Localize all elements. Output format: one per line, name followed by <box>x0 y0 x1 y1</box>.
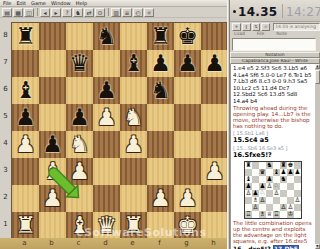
move-list[interactable]: 1.e4 e5 2.Sf3 Sc6 3.Lb5 a6 4.La4 Sf6 5.0… <box>233 65 313 104</box>
diagram-square <box>252 162 259 169</box>
board-square-e8[interactable] <box>120 23 147 50</box>
diagram-piece: ♜ <box>245 162 252 169</box>
pause-icon[interactable]: ‖ <box>242 23 251 31</box>
menu-item-file[interactable]: File <box>3 1 11 6</box>
board-square-e4[interactable]: ♟ <box>120 131 147 158</box>
diagram-square: ♙ <box>259 197 266 204</box>
diagram-piece: ♙ <box>294 197 301 204</box>
rank-label: 6 <box>0 76 11 103</box>
board-square-c6[interactable] <box>66 77 93 104</box>
clock-bullet-icon <box>233 10 236 13</box>
mainline-move[interactable]: 15.Sc4 a5 <box>233 136 313 144</box>
scroll-up-icon[interactable]: ▲ <box>315 64 320 69</box>
white-bishop[interactable]: ♝ <box>39 158 66 185</box>
diagram-piece: ♙ <box>245 190 252 197</box>
next-line-icon[interactable]: ⇅ <box>252 23 261 31</box>
board-square-g5[interactable] <box>174 104 201 131</box>
diagram-square: ♝ <box>273 169 280 176</box>
board-square-d3[interactable] <box>93 158 120 185</box>
menu-item-edit[interactable]: Edit <box>16 1 26 6</box>
white-knight[interactable]: ♞ <box>66 131 93 158</box>
diagram-square: ♟ <box>294 169 301 176</box>
diagram-square <box>287 176 294 183</box>
file-label: e <box>119 238 146 249</box>
engine-output-box <box>232 38 316 51</box>
engine-panel: 14.35 14:27 ✳‖⇅☼14.03 is analysing LoadF… <box>230 0 320 249</box>
board-square-d4[interactable] <box>93 131 120 158</box>
white-rook[interactable]: ♜ <box>120 212 147 239</box>
engine-icon[interactable]: ♞ <box>73 8 83 17</box>
white-king[interactable]: ♚ <box>174 212 201 239</box>
diagram-square: ♛ <box>259 169 266 176</box>
black-rook[interactable]: ♜ <box>12 23 39 50</box>
diagram-square <box>280 190 287 197</box>
diagram-piece: ♙ <box>280 204 287 211</box>
rank-label: 3 <box>0 157 11 184</box>
board-square-f2[interactable]: ♟ <box>147 185 174 212</box>
white-queen[interactable]: ♛ <box>93 212 120 239</box>
engine-toolbar: ✳‖⇅☼14.03 is analysing <box>230 22 320 31</box>
board-square-h6[interactable] <box>201 77 228 104</box>
white-pawn[interactable]: ♟ <box>66 158 93 185</box>
diagram-piece: ♗ <box>259 211 266 218</box>
diagram-piece: ♛ <box>259 169 266 176</box>
board-square-g6[interactable] <box>174 77 201 104</box>
diagram-piece: ♞ <box>280 176 287 183</box>
board-square-c3[interactable]: ♟ <box>66 158 93 185</box>
file-label: b <box>38 238 65 249</box>
diagram-square: ♙ <box>294 197 301 204</box>
diagram-piece: ♙ <box>252 204 259 211</box>
diagram-square: ♖ <box>245 211 252 218</box>
board-square-g7[interactable]: ♟ <box>174 50 201 77</box>
clock-divider <box>282 4 283 18</box>
board-square-c8[interactable] <box>66 23 93 50</box>
white-pawn[interactable]: ♟ <box>201 158 228 185</box>
board-square-e5[interactable]: ♞ <box>120 104 147 131</box>
board-square-a7[interactable] <box>12 50 39 77</box>
file-label: d <box>92 238 119 249</box>
rank-label: 1 <box>0 211 11 238</box>
diagram-piece: ♕ <box>266 211 273 218</box>
engine-labels: LoadFileNote <box>234 31 318 37</box>
diagram-square <box>266 190 273 197</box>
white-pawn[interactable]: ♟ <box>174 185 201 212</box>
diagram-square: ♖ <box>273 211 280 218</box>
rank-label: 8 <box>0 22 11 49</box>
diagram-square: ♗ <box>259 211 266 218</box>
white-rook[interactable]: ♜ <box>12 212 39 239</box>
board-square-b6[interactable] <box>39 77 66 104</box>
diagram-square <box>287 190 294 197</box>
diagram-square: ♞ <box>280 176 287 183</box>
main-toolbar: ▤▦◫◂▸?♞⇄⊙▥≡◴☼ <box>0 7 228 18</box>
diagram-piece: ♙ <box>266 183 273 190</box>
board-square-h5[interactable] <box>201 104 228 131</box>
menu-bar: FileEditGameWindowHelp <box>0 0 228 7</box>
scroll-down-icon[interactable]: ▼ <box>315 244 320 249</box>
diagram-piece: ♝ <box>273 169 280 176</box>
diagram-square <box>294 211 301 218</box>
diagram-square: ♜ <box>245 162 252 169</box>
diagram-piece: ♟ <box>294 169 301 176</box>
menu-item-help[interactable]: Help <box>76 1 87 6</box>
white-pawn[interactable]: ♟ <box>12 131 39 158</box>
board-square-c4[interactable]: ♞ <box>66 131 93 158</box>
save-icon[interactable]: ◫ <box>24 8 34 17</box>
board-square-b8[interactable] <box>39 23 66 50</box>
menu-item-game[interactable]: Game <box>31 1 46 6</box>
board-square-f3[interactable] <box>147 158 174 185</box>
diagram-square: ♙ <box>280 204 287 211</box>
board-square-b2[interactable]: ♟ <box>39 185 66 212</box>
clock-icon[interactable]: ◴ <box>133 8 143 17</box>
scrollbar-thumb[interactable] <box>315 70 320 84</box>
diagram-square <box>266 197 273 204</box>
board-square-g1[interactable]: ♚ <box>174 212 201 239</box>
board-square-f6[interactable]: ♞ <box>147 77 174 104</box>
board-square-b3[interactable]: ♝ <box>39 158 66 185</box>
board-square-e2[interactable] <box>120 185 147 212</box>
diagram-piece: ♞ <box>266 162 273 169</box>
diagram-square: ♞ <box>266 162 273 169</box>
board-square-f1[interactable] <box>147 212 174 239</box>
move-back-icon[interactable]: ◂ <box>40 8 50 17</box>
engine-label-note[interactable]: Note <box>276 31 287 37</box>
board-square-d7[interactable] <box>93 50 120 77</box>
diagram-piece: ♙ <box>259 197 266 204</box>
diagram-square: ♙ <box>273 190 280 197</box>
black-pawn[interactable]: ♟ <box>201 50 228 77</box>
notation-icon[interactable]: ≡ <box>122 8 132 17</box>
board-square-b1[interactable] <box>39 212 66 239</box>
black-clock: 14:27 <box>286 5 320 19</box>
board-square-f4[interactable] <box>147 131 174 158</box>
file-label: a <box>11 238 38 249</box>
diagram-square: ♟ <box>287 169 294 176</box>
white-clock: 14.35 <box>238 5 277 19</box>
black-knight[interactable]: ♞ <box>93 23 120 50</box>
rank-label: 5 <box>0 103 11 130</box>
diagram-piece: ♔ <box>287 211 294 218</box>
board-square-h7[interactable]: ♟ <box>201 50 228 77</box>
diagram-square <box>252 169 259 176</box>
board-square-a1[interactable]: ♜ <box>12 212 39 239</box>
board-square-c2[interactable] <box>66 185 93 212</box>
board-square-a4[interactable]: ♟ <box>12 131 39 158</box>
rank-label: 7 <box>0 49 11 76</box>
black-pawn[interactable]: ♟ <box>174 50 201 77</box>
board-square-d5[interactable]: ♟ <box>93 104 120 131</box>
board-square-h8[interactable] <box>201 23 228 50</box>
diagram-piece: ♖ <box>245 211 252 218</box>
notation-scrollbar[interactable]: ▲ ▼ <box>315 64 320 249</box>
board-square-a2[interactable] <box>12 185 39 212</box>
white-pawn[interactable]: ♟ <box>39 185 66 212</box>
white-knight[interactable]: ♞ <box>120 104 147 131</box>
board-square-e1[interactable]: ♜ <box>120 212 147 239</box>
white-bishop[interactable]: ♝ <box>66 212 93 239</box>
diagram-piece: ♙ <box>273 190 280 197</box>
board-square-g8[interactable]: ♚ <box>174 23 201 50</box>
notation-pane[interactable]: 1.e4 e5 2.Sf3 Sc6 3.Lb5 a6 4.La4 Sf6 5.0… <box>230 64 315 249</box>
diagram-square <box>294 183 301 190</box>
diagram-piece: ♟ <box>287 169 294 176</box>
diagram-square <box>294 176 301 183</box>
diagram-square: ♔ <box>287 211 294 218</box>
clock-bar: 14.35 14:27 <box>230 0 320 22</box>
settings-icon[interactable]: ☼ <box>144 8 154 17</box>
engine-lamp-icon[interactable]: ✳ <box>232 23 241 31</box>
new-board-icon[interactable]: ▤ <box>2 8 12 17</box>
board-square-d6[interactable]: ♟ <box>93 77 120 104</box>
board-square-f8[interactable]: ♜ <box>147 23 174 50</box>
rank-label: 4 <box>0 130 11 157</box>
toolbar-separator <box>108 8 109 16</box>
file-label: h <box>200 238 227 249</box>
board-square-d1[interactable]: ♛ <box>93 212 120 239</box>
diagram-square <box>245 197 252 204</box>
annotation-text: Throwing ahead during the opening play. … <box>233 105 313 129</box>
board-square-b7[interactable] <box>39 50 66 77</box>
file-labels: abcdefgh <box>0 238 228 249</box>
white-pawn[interactable]: ♟ <box>147 185 174 212</box>
flip-board-icon[interactable]: ⇄ <box>84 8 94 17</box>
board-square-b4[interactable]: ♟ <box>39 131 66 158</box>
board-square-b5[interactable] <box>39 104 66 131</box>
board-square-e6[interactable] <box>120 77 147 104</box>
diagram-square <box>287 183 294 190</box>
board-square-c7[interactable]: ♛ <box>66 50 93 77</box>
light-icon[interactable]: ☼ <box>261 23 270 31</box>
diagram-square: ♙ <box>252 204 259 211</box>
black-bishop[interactable]: ♝ <box>12 77 39 104</box>
engine-label-load[interactable]: Load <box>234 31 245 37</box>
board-square-a6[interactable]: ♝ <box>12 77 39 104</box>
board-square-h2[interactable] <box>201 185 228 212</box>
board-square-g2[interactable]: ♟ <box>174 185 201 212</box>
board-square-d8[interactable]: ♞ <box>93 23 120 50</box>
annotation-text: The little combination opens up the cent… <box>233 220 313 244</box>
diagram-square <box>280 183 287 190</box>
diagram-square: ♙ <box>245 190 252 197</box>
diagram-square <box>252 211 259 218</box>
black-bishop[interactable]: ♝ <box>120 50 147 77</box>
diagram-square <box>252 176 259 183</box>
diagram-piece: ♖ <box>273 211 280 218</box>
white-pawn[interactable]: ♟ <box>93 104 120 131</box>
engine-status-field: 14.03 is analysing <box>273 23 320 31</box>
chess-application-window: FileEditGameWindowHelp ▤▦◫◂▸?♞⇄⊙▥≡◴☼ 876… <box>0 0 320 249</box>
board-square-f7[interactable]: ♟ <box>147 50 174 77</box>
open-icon[interactable]: ▦ <box>13 8 23 17</box>
black-queen[interactable]: ♛ <box>66 50 93 77</box>
board-square-a8[interactable]: ♜ <box>12 23 39 50</box>
board-square-d2[interactable] <box>93 185 120 212</box>
file-label: g <box>173 238 200 249</box>
black-pawn[interactable]: ♟ <box>39 131 66 158</box>
board-square-a5[interactable]: ♟ <box>12 104 39 131</box>
diagram-square: ♙ <box>266 183 273 190</box>
board-square-a3[interactable] <box>12 158 39 185</box>
rank-labels: 87654321 <box>0 22 11 238</box>
chess-board[interactable]: ♜♞♜♚♛♝♟♟♟♝♟♞♟♟♟♞♟♟♞♟♝♟♟♟♟♟♜♝♛♜♚ <box>11 22 227 238</box>
board-square-e3[interactable] <box>120 158 147 185</box>
selected-move[interactable]: 17.Dh5 <box>273 245 299 249</box>
move-text[interactable]: 16...dxe5!? <box>233 245 273 249</box>
database-icon[interactable]: ▥ <box>111 8 121 17</box>
black-pawn[interactable]: ♟ <box>147 50 174 77</box>
current-line[interactable]: 16...dxe5!? 17.Dh5 dxc4 <box>233 245 313 249</box>
black-pawn[interactable]: ♟ <box>93 77 120 104</box>
board-square-c1[interactable]: ♝ <box>66 212 93 239</box>
black-pawn[interactable]: ♟ <box>66 104 93 131</box>
hint-icon[interactable]: ? <box>62 8 72 17</box>
diagram-square <box>273 197 280 204</box>
toolbar-separator <box>37 8 38 16</box>
file-label: f <box>146 238 173 249</box>
white-pawn[interactable]: ♟ <box>120 131 147 158</box>
board-square-g3[interactable] <box>174 158 201 185</box>
diagram-square: ♕ <box>266 211 273 218</box>
board-square-e7[interactable]: ♝ <box>120 50 147 77</box>
black-king[interactable]: ♚ <box>174 23 201 50</box>
move-forward-icon[interactable]: ▸ <box>51 8 61 17</box>
board-square-h1[interactable] <box>201 212 228 239</box>
position-diagram: ♜♞♜♚♛♝♟♟♟♝♟♞♟♟♙♘♙♟♘♙♗♙♙♙♙♙♖♗♕♖♔ <box>244 161 302 219</box>
board-square-h4[interactable] <box>201 131 228 158</box>
rank-label: 2 <box>0 184 11 211</box>
board-square-f5[interactable] <box>147 104 174 131</box>
engine-label-file[interactable]: File <box>257 31 265 37</box>
mainline-move[interactable]: 16.Sfxe5!? <box>233 151 313 159</box>
file-label: c <box>65 238 92 249</box>
black-pawn[interactable]: ♟ <box>12 104 39 131</box>
search-icon[interactable]: ⊙ <box>95 8 105 17</box>
board-square-g4[interactable] <box>174 131 201 158</box>
black-knight[interactable]: ♞ <box>147 77 174 104</box>
board-square-c5[interactable]: ♟ <box>66 104 93 131</box>
board-square-h3[interactable]: ♟ <box>201 158 228 185</box>
diagram-square <box>280 211 287 218</box>
black-rook[interactable]: ♜ <box>147 23 174 50</box>
menu-item-window[interactable]: Window <box>51 1 71 6</box>
diagram-square <box>294 204 301 211</box>
